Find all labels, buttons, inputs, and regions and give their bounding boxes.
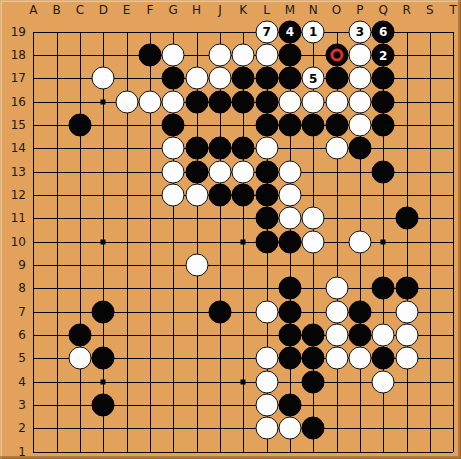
white-stone-M16[interactable]	[278, 90, 301, 113]
intersection-C3[interactable]	[68, 393, 91, 416]
black-stone-M18[interactable]	[278, 44, 301, 67]
intersection-G9[interactable]	[162, 253, 185, 276]
intersection-Q12[interactable]	[372, 183, 395, 206]
white-stone-O8[interactable]	[325, 277, 348, 300]
intersection-C11[interactable]	[68, 207, 91, 230]
intersection-N3[interactable]	[302, 393, 325, 416]
black-stone-P6[interactable]	[348, 323, 371, 346]
intersection-F7[interactable]	[138, 300, 161, 323]
intersection-S13[interactable]	[418, 160, 441, 183]
intersection-B6[interactable]	[45, 323, 68, 346]
white-stone-N16[interactable]	[302, 90, 325, 113]
white-stone-P5[interactable]	[348, 347, 371, 370]
white-stone-L19[interactable]: 7	[255, 20, 278, 43]
intersection-K2[interactable]	[232, 417, 255, 440]
intersection-F3[interactable]	[138, 393, 161, 416]
intersection-B10[interactable]	[45, 230, 68, 253]
intersection-S12[interactable]	[418, 183, 441, 206]
white-stone-H17[interactable]	[185, 67, 208, 90]
white-stone-P17[interactable]	[348, 67, 371, 90]
intersection-S7[interactable]	[418, 300, 441, 323]
intersection-T10[interactable]	[442, 230, 461, 253]
intersection-O12[interactable]	[325, 183, 348, 206]
intersection-T6[interactable]	[442, 323, 461, 346]
intersection-B9[interactable]	[45, 253, 68, 276]
intersection-T15[interactable]	[442, 113, 461, 136]
intersection-C9[interactable]	[68, 253, 91, 276]
black-stone-M17[interactable]	[278, 67, 301, 90]
white-stone-E16[interactable]	[115, 90, 138, 113]
intersection-F17[interactable]	[138, 67, 161, 90]
white-stone-G14[interactable]	[162, 137, 185, 160]
intersection-K19[interactable]	[232, 20, 255, 43]
intersection-O9[interactable]	[325, 253, 348, 276]
intersection-D18[interactable]	[92, 43, 115, 66]
black-stone-N6[interactable]	[302, 323, 325, 346]
intersection-D11[interactable]	[92, 207, 115, 230]
intersection-J8[interactable]	[208, 277, 231, 300]
intersection-P2[interactable]	[348, 417, 371, 440]
intersection-L8[interactable]	[255, 277, 278, 300]
intersection-S18[interactable]	[418, 43, 441, 66]
intersection-B13[interactable]	[45, 160, 68, 183]
white-stone-O14[interactable]	[325, 137, 348, 160]
intersection-D1[interactable]	[92, 440, 115, 459]
intersection-C10[interactable]	[68, 230, 91, 253]
intersection-C14[interactable]	[68, 137, 91, 160]
black-stone-L15[interactable]	[255, 114, 278, 137]
white-stone-M12[interactable]	[278, 184, 301, 207]
intersection-T13[interactable]	[442, 160, 461, 183]
intersection-M14[interactable]	[278, 137, 301, 160]
black-stone-K17[interactable]	[232, 67, 255, 90]
black-stone-R11[interactable]	[395, 207, 418, 230]
black-stone-Q13[interactable]	[372, 160, 395, 183]
intersection-B1[interactable]	[45, 440, 68, 459]
intersection-A9[interactable]	[22, 253, 45, 276]
white-stone-H9[interactable]	[185, 254, 208, 277]
intersection-D6[interactable]	[92, 323, 115, 346]
black-stone-C6[interactable]	[68, 323, 91, 346]
intersection-P9[interactable]	[348, 253, 371, 276]
white-stone-G13[interactable]	[162, 160, 185, 183]
intersection-Q2[interactable]	[372, 417, 395, 440]
white-stone-D17[interactable]	[92, 67, 115, 90]
intersection-D19[interactable]	[92, 20, 115, 43]
intersection-H19[interactable]	[185, 20, 208, 43]
white-stone-L3[interactable]	[255, 393, 278, 416]
intersection-T14[interactable]	[442, 137, 461, 160]
black-stone-N15[interactable]	[302, 114, 325, 137]
white-stone-L18[interactable]	[255, 44, 278, 67]
intersection-E12[interactable]	[115, 183, 138, 206]
intersection-A13[interactable]	[22, 160, 45, 183]
intersection-M4[interactable]	[278, 370, 301, 393]
intersection-P1[interactable]	[348, 440, 371, 459]
intersection-F1[interactable]	[138, 440, 161, 459]
intersection-R10[interactable]	[395, 230, 418, 253]
intersection-F19[interactable]	[138, 20, 161, 43]
black-stone-O17[interactable]	[325, 67, 348, 90]
black-stone-D7[interactable]	[92, 300, 115, 323]
white-stone-Q6[interactable]	[372, 323, 395, 346]
black-stone-J16[interactable]	[208, 90, 231, 113]
white-stone-M13[interactable]	[278, 160, 301, 183]
black-stone-M7[interactable]	[278, 300, 301, 323]
intersection-J19[interactable]	[208, 20, 231, 43]
white-stone-L2[interactable]	[255, 417, 278, 440]
intersection-G6[interactable]	[162, 323, 185, 346]
intersection-E10[interactable]	[115, 230, 138, 253]
black-stone-Q18[interactable]: 2	[372, 44, 395, 67]
intersection-E2[interactable]	[115, 417, 138, 440]
white-stone-N11[interactable]	[302, 207, 325, 230]
intersection-S1[interactable]	[418, 440, 441, 459]
intersection-A19[interactable]	[22, 20, 45, 43]
intersection-H3[interactable]	[185, 393, 208, 416]
intersection-H18[interactable]	[185, 43, 208, 66]
intersection-A7[interactable]	[22, 300, 45, 323]
intersection-A2[interactable]	[22, 417, 45, 440]
intersection-K8[interactable]	[232, 277, 255, 300]
white-stone-N10[interactable]	[302, 230, 325, 253]
intersection-G8[interactable]	[162, 277, 185, 300]
intersection-C18[interactable]	[68, 43, 91, 66]
intersection-R17[interactable]	[395, 67, 418, 90]
white-stone-J18[interactable]	[208, 44, 231, 67]
intersection-K9[interactable]	[232, 253, 255, 276]
intersection-O1[interactable]	[325, 440, 348, 459]
intersection-E19[interactable]	[115, 20, 138, 43]
intersection-R12[interactable]	[395, 183, 418, 206]
intersection-K5[interactable]	[232, 347, 255, 370]
black-stone-J14[interactable]	[208, 137, 231, 160]
intersection-T5[interactable]	[442, 347, 461, 370]
black-stone-Q17[interactable]	[372, 67, 395, 90]
intersection-E6[interactable]	[115, 323, 138, 346]
go-board[interactable]: ABCDEFGHJKLMNOPQRST 19181716151413121110…	[0, 0, 461, 459]
intersection-P8[interactable]	[348, 277, 371, 300]
intersection-J9[interactable]	[208, 253, 231, 276]
white-stone-H12[interactable]	[185, 184, 208, 207]
intersection-A15[interactable]	[22, 113, 45, 136]
intersection-S10[interactable]	[418, 230, 441, 253]
intersection-B19[interactable]	[45, 20, 68, 43]
white-stone-P16[interactable]	[348, 90, 371, 113]
intersection-B3[interactable]	[45, 393, 68, 416]
intersection-E8[interactable]	[115, 277, 138, 300]
intersection-H7[interactable]	[185, 300, 208, 323]
intersection-F13[interactable]	[138, 160, 161, 183]
white-stone-O5[interactable]	[325, 347, 348, 370]
intersection-F6[interactable]	[138, 323, 161, 346]
intersection-T1[interactable]	[442, 440, 461, 459]
white-stone-L14[interactable]	[255, 137, 278, 160]
intersection-P4[interactable]	[348, 370, 371, 393]
intersection-E14[interactable]	[115, 137, 138, 160]
intersection-E9[interactable]	[115, 253, 138, 276]
black-stone-F18[interactable]	[138, 44, 161, 67]
white-stone-J17[interactable]	[208, 67, 231, 90]
intersection-A17[interactable]	[22, 67, 45, 90]
intersection-A10[interactable]	[22, 230, 45, 253]
intersection-Q14[interactable]	[372, 137, 395, 160]
intersection-M1[interactable]	[278, 440, 301, 459]
black-stone-M3[interactable]	[278, 393, 301, 416]
intersection-T2[interactable]	[442, 417, 461, 440]
white-stone-O16[interactable]	[325, 90, 348, 113]
intersection-B4[interactable]	[45, 370, 68, 393]
intersection-J2[interactable]	[208, 417, 231, 440]
intersection-K7[interactable]	[232, 300, 255, 323]
white-stone-P19[interactable]: 3	[348, 20, 371, 43]
black-stone-H14[interactable]	[185, 137, 208, 160]
intersection-G19[interactable]	[162, 20, 185, 43]
intersection-N12[interactable]	[302, 183, 325, 206]
black-stone-D5[interactable]	[92, 347, 115, 370]
intersection-S3[interactable]	[418, 393, 441, 416]
intersection-B8[interactable]	[45, 277, 68, 300]
intersection-G2[interactable]	[162, 417, 185, 440]
intersection-T19[interactable]	[442, 20, 461, 43]
white-stone-P10[interactable]	[348, 230, 371, 253]
black-stone-Q15[interactable]	[372, 114, 395, 137]
intersection-E11[interactable]	[115, 207, 138, 230]
black-stone-Q5[interactable]	[372, 347, 395, 370]
black-stone-Q8[interactable]	[372, 277, 395, 300]
intersection-J3[interactable]	[208, 393, 231, 416]
intersection-S11[interactable]	[418, 207, 441, 230]
intersection-F4[interactable]	[138, 370, 161, 393]
white-stone-M11[interactable]	[278, 207, 301, 230]
black-stone-L10[interactable]	[255, 230, 278, 253]
intersection-G10[interactable]	[162, 230, 185, 253]
black-stone-P7[interactable]	[348, 300, 371, 323]
intersection-R4[interactable]	[395, 370, 418, 393]
intersection-T17[interactable]	[442, 67, 461, 90]
white-stone-G18[interactable]	[162, 44, 185, 67]
intersection-E4[interactable]	[115, 370, 138, 393]
black-stone-Q16[interactable]	[372, 90, 395, 113]
intersection-A14[interactable]	[22, 137, 45, 160]
intersection-B18[interactable]	[45, 43, 68, 66]
intersection-O19[interactable]	[325, 20, 348, 43]
black-stone-K14[interactable]	[232, 137, 255, 160]
black-stone-R8[interactable]	[395, 277, 418, 300]
intersection-T4[interactable]	[442, 370, 461, 393]
intersection-G4[interactable]	[162, 370, 185, 393]
intersection-C12[interactable]	[68, 183, 91, 206]
intersection-Q1[interactable]	[372, 440, 395, 459]
intersection-A6[interactable]	[22, 323, 45, 346]
intersection-E17[interactable]	[115, 67, 138, 90]
intersection-F8[interactable]	[138, 277, 161, 300]
white-stone-K13[interactable]	[232, 160, 255, 183]
black-stone-L12[interactable]	[255, 184, 278, 207]
intersection-T16[interactable]	[442, 90, 461, 113]
black-stone-L16[interactable]	[255, 90, 278, 113]
white-stone-K18[interactable]	[232, 44, 255, 67]
white-stone-N17[interactable]: 5	[302, 67, 325, 90]
black-stone-N2[interactable]	[302, 417, 325, 440]
intersection-C8[interactable]	[68, 277, 91, 300]
intersection-S19[interactable]	[418, 20, 441, 43]
intersection-G11[interactable]	[162, 207, 185, 230]
intersection-S16[interactable]	[418, 90, 441, 113]
intersection-R15[interactable]	[395, 113, 418, 136]
white-stone-R7[interactable]	[395, 300, 418, 323]
intersection-D12[interactable]	[92, 183, 115, 206]
white-stone-J13[interactable]	[208, 160, 231, 183]
intersection-P11[interactable]	[348, 207, 371, 230]
intersection-A18[interactable]	[22, 43, 45, 66]
intersection-M9[interactable]	[278, 253, 301, 276]
intersection-G5[interactable]	[162, 347, 185, 370]
intersection-S6[interactable]	[418, 323, 441, 346]
intersection-H5[interactable]	[185, 347, 208, 370]
intersection-D2[interactable]	[92, 417, 115, 440]
white-stone-Q4[interactable]	[372, 370, 395, 393]
intersection-N7[interactable]	[302, 300, 325, 323]
intersection-E15[interactable]	[115, 113, 138, 136]
white-stone-P15[interactable]	[348, 114, 371, 137]
intersection-A8[interactable]	[22, 277, 45, 300]
intersection-B14[interactable]	[45, 137, 68, 160]
intersection-N8[interactable]	[302, 277, 325, 300]
white-stone-P18[interactable]	[348, 44, 371, 67]
black-stone-M5[interactable]	[278, 347, 301, 370]
black-stone-Q19[interactable]: 6	[372, 20, 395, 43]
intersection-N13[interactable]	[302, 160, 325, 183]
intersection-J11[interactable]	[208, 207, 231, 230]
intersection-C7[interactable]	[68, 300, 91, 323]
black-stone-G15[interactable]	[162, 114, 185, 137]
black-stone-L17[interactable]	[255, 67, 278, 90]
intersection-H15[interactable]	[185, 113, 208, 136]
white-stone-O6[interactable]	[325, 323, 348, 346]
white-stone-R5[interactable]	[395, 347, 418, 370]
black-stone-N5[interactable]	[302, 347, 325, 370]
intersection-Q9[interactable]	[372, 253, 395, 276]
intersection-K1[interactable]	[232, 440, 255, 459]
black-stone-M8[interactable]	[278, 277, 301, 300]
intersection-O3[interactable]	[325, 393, 348, 416]
black-stone-K16[interactable]	[232, 90, 255, 113]
intersection-A5[interactable]	[22, 347, 45, 370]
intersection-L6[interactable]	[255, 323, 278, 346]
intersection-P12[interactable]	[348, 183, 371, 206]
white-stone-G16[interactable]	[162, 90, 185, 113]
intersection-T12[interactable]	[442, 183, 461, 206]
intersection-C1[interactable]	[68, 440, 91, 459]
intersection-J1[interactable]	[208, 440, 231, 459]
intersection-T9[interactable]	[442, 253, 461, 276]
intersection-S2[interactable]	[418, 417, 441, 440]
intersection-K6[interactable]	[232, 323, 255, 346]
intersection-B5[interactable]	[45, 347, 68, 370]
white-stone-M2[interactable]	[278, 417, 301, 440]
intersection-R1[interactable]	[395, 440, 418, 459]
intersection-B12[interactable]	[45, 183, 68, 206]
black-stone-M15[interactable]	[278, 114, 301, 137]
intersection-H1[interactable]	[185, 440, 208, 459]
intersection-G1[interactable]	[162, 440, 185, 459]
intersection-R3[interactable]	[395, 393, 418, 416]
intersection-S4[interactable]	[418, 370, 441, 393]
black-stone-M19[interactable]: 4	[278, 20, 301, 43]
intersection-R18[interactable]	[395, 43, 418, 66]
black-stone-O18[interactable]	[325, 44, 348, 67]
intersection-C16[interactable]	[68, 90, 91, 113]
intersection-B2[interactable]	[45, 417, 68, 440]
intersection-N9[interactable]	[302, 253, 325, 276]
intersection-S14[interactable]	[418, 137, 441, 160]
intersection-T8[interactable]	[442, 277, 461, 300]
black-stone-P14[interactable]	[348, 137, 371, 160]
intersection-S17[interactable]	[418, 67, 441, 90]
intersection-T11[interactable]	[442, 207, 461, 230]
intersection-A11[interactable]	[22, 207, 45, 230]
intersection-K11[interactable]	[232, 207, 255, 230]
white-stone-G12[interactable]	[162, 184, 185, 207]
intersection-F10[interactable]	[138, 230, 161, 253]
intersection-T18[interactable]	[442, 43, 461, 66]
intersection-F12[interactable]	[138, 183, 161, 206]
white-stone-L7[interactable]	[255, 300, 278, 323]
intersection-S8[interactable]	[418, 277, 441, 300]
intersection-O11[interactable]	[325, 207, 348, 230]
intersection-E1[interactable]	[115, 440, 138, 459]
intersection-Q11[interactable]	[372, 207, 395, 230]
black-stone-O15[interactable]	[325, 114, 348, 137]
white-stone-F16[interactable]	[138, 90, 161, 113]
intersection-H2[interactable]	[185, 417, 208, 440]
black-stone-J12[interactable]	[208, 184, 231, 207]
white-stone-C5[interactable]	[68, 347, 91, 370]
intersection-B16[interactable]	[45, 90, 68, 113]
intersection-A3[interactable]	[22, 393, 45, 416]
black-stone-M10[interactable]	[278, 230, 301, 253]
intersection-R14[interactable]	[395, 137, 418, 160]
black-stone-N4[interactable]	[302, 370, 325, 393]
intersection-J4[interactable]	[208, 370, 231, 393]
intersection-O13[interactable]	[325, 160, 348, 183]
intersection-E18[interactable]	[115, 43, 138, 66]
intersection-Q3[interactable]	[372, 393, 395, 416]
intersection-D13[interactable]	[92, 160, 115, 183]
intersection-H11[interactable]	[185, 207, 208, 230]
white-stone-R6[interactable]	[395, 323, 418, 346]
intersection-J6[interactable]	[208, 323, 231, 346]
intersection-R2[interactable]	[395, 417, 418, 440]
intersection-C19[interactable]	[68, 20, 91, 43]
black-stone-L13[interactable]	[255, 160, 278, 183]
intersection-J10[interactable]	[208, 230, 231, 253]
intersection-R13[interactable]	[395, 160, 418, 183]
intersection-N14[interactable]	[302, 137, 325, 160]
intersection-K3[interactable]	[232, 393, 255, 416]
intersection-S5[interactable]	[418, 347, 441, 370]
intersection-D8[interactable]	[92, 277, 115, 300]
intersection-E5[interactable]	[115, 347, 138, 370]
intersection-N1[interactable]	[302, 440, 325, 459]
intersection-J15[interactable]	[208, 113, 231, 136]
black-stone-H13[interactable]	[185, 160, 208, 183]
intersection-A16[interactable]	[22, 90, 45, 113]
intersection-J5[interactable]	[208, 347, 231, 370]
black-stone-D3[interactable]	[92, 393, 115, 416]
intersection-C2[interactable]	[68, 417, 91, 440]
